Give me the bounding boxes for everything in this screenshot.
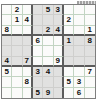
- cell-r2c6[interactable]: [54, 15, 64, 25]
- cell-r2c8[interactable]: [74, 15, 84, 25]
- cell-r4c9[interactable]: 8: [85, 36, 95, 46]
- cell-r1c8[interactable]: [74, 5, 84, 15]
- cell-r2c5[interactable]: [43, 15, 53, 25]
- cell-r9c6[interactable]: [54, 88, 64, 98]
- sudoku-board: 25314282416184795347853596: [1, 4, 96, 99]
- cell-r1c5[interactable]: 5: [43, 5, 53, 15]
- cell-r3c4[interactable]: [33, 26, 43, 36]
- cell-r3c3[interactable]: [23, 26, 33, 36]
- cell-r9c1[interactable]: [2, 88, 12, 98]
- cell-r4c2[interactable]: [12, 36, 22, 46]
- cell-r1c4[interactable]: [33, 5, 43, 15]
- cell-r9c7[interactable]: [64, 88, 74, 98]
- cell-r5c9[interactable]: [85, 46, 95, 56]
- cell-r6c9[interactable]: [85, 57, 95, 67]
- cell-r9c2[interactable]: [12, 88, 22, 98]
- cell-r6c1[interactable]: 4: [2, 57, 12, 67]
- cell-r2c2[interactable]: 1: [12, 15, 22, 25]
- cell-r7c2[interactable]: [12, 67, 22, 77]
- cell-r4c5[interactable]: [43, 36, 53, 46]
- cell-r4c3[interactable]: [23, 36, 33, 46]
- cell-r7c9[interactable]: 7: [85, 67, 95, 77]
- cell-r9c8[interactable]: 6: [74, 88, 84, 98]
- cell-r2c9[interactable]: [85, 15, 95, 25]
- cell-r2c4[interactable]: [33, 15, 43, 25]
- cell-r8c6[interactable]: [54, 77, 64, 87]
- cell-r8c2[interactable]: [12, 77, 22, 87]
- cell-r8c4[interactable]: [33, 77, 43, 87]
- cell-r3c6[interactable]: 4: [54, 26, 64, 36]
- cell-r7c1[interactable]: 5: [2, 67, 12, 77]
- cell-r5c5[interactable]: [43, 46, 53, 56]
- cell-r5c8[interactable]: [74, 46, 84, 56]
- cell-r3c7[interactable]: [64, 26, 74, 36]
- cell-r8c8[interactable]: 3: [74, 77, 84, 87]
- cell-r8c5[interactable]: [43, 77, 53, 87]
- cell-r8c7[interactable]: 5: [64, 77, 74, 87]
- cell-r3c2[interactable]: [12, 26, 22, 36]
- cell-r9c5[interactable]: 9: [43, 88, 53, 98]
- cell-r9c9[interactable]: [85, 88, 95, 98]
- cell-r2c3[interactable]: 4: [23, 15, 33, 25]
- cell-r6c7[interactable]: [64, 57, 74, 67]
- cell-r8c1[interactable]: [2, 77, 12, 87]
- cell-r8c9[interactable]: [85, 77, 95, 87]
- cell-r4c6[interactable]: [54, 36, 64, 46]
- cell-r5c1[interactable]: [2, 46, 12, 56]
- cell-r1c2[interactable]: 2: [12, 5, 22, 15]
- cell-r1c7[interactable]: [64, 5, 74, 15]
- cell-r4c7[interactable]: 1: [64, 36, 74, 46]
- cell-r9c3[interactable]: [23, 88, 33, 98]
- cell-r1c9[interactable]: [85, 5, 95, 15]
- cell-r3c9[interactable]: 1: [85, 26, 95, 36]
- cell-r8c3[interactable]: 8: [23, 77, 33, 87]
- cell-r4c4[interactable]: 6: [33, 36, 43, 46]
- cell-r6c2[interactable]: [12, 57, 22, 67]
- cell-r7c6[interactable]: [54, 67, 64, 77]
- cell-r2c1[interactable]: [2, 15, 12, 25]
- cell-r7c7[interactable]: [64, 67, 74, 77]
- cell-r5c4[interactable]: [33, 46, 43, 56]
- cell-r6c4[interactable]: [33, 57, 43, 67]
- cell-r5c6[interactable]: [54, 46, 64, 56]
- cell-r5c2[interactable]: [12, 46, 22, 56]
- cell-r3c1[interactable]: 8: [2, 26, 12, 36]
- cell-r2c7[interactable]: 2: [64, 15, 74, 25]
- cell-r6c6[interactable]: 9: [54, 57, 64, 67]
- cell-r6c3[interactable]: 7: [23, 57, 33, 67]
- cell-r4c8[interactable]: [74, 36, 84, 46]
- sudoku-page: 25314282416184795347853596: [0, 0, 99, 100]
- cell-r9c4[interactable]: 5: [33, 88, 43, 98]
- cell-r7c5[interactable]: 4: [43, 67, 53, 77]
- cell-r3c5[interactable]: 2: [43, 26, 53, 36]
- cell-r7c4[interactable]: 3: [33, 67, 43, 77]
- cell-r4c1[interactable]: [2, 36, 12, 46]
- cell-r7c3[interactable]: [23, 67, 33, 77]
- cell-r7c8[interactable]: [74, 67, 84, 77]
- cell-r5c7[interactable]: [64, 46, 74, 56]
- cell-r5c3[interactable]: [23, 46, 33, 56]
- cell-r3c8[interactable]: [74, 26, 84, 36]
- cell-r6c8[interactable]: [74, 57, 84, 67]
- cell-r1c3[interactable]: [23, 5, 33, 15]
- cell-r1c6[interactable]: 3: [54, 5, 64, 15]
- cell-r1c1[interactable]: [2, 5, 12, 15]
- cell-r6c5[interactable]: [43, 57, 53, 67]
